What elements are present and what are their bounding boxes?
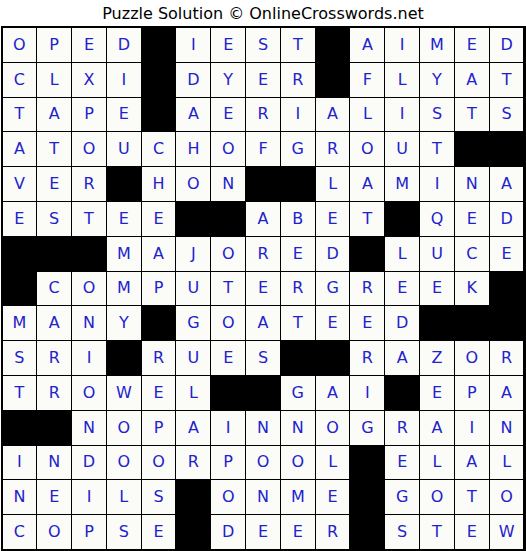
cell-r5c14[interactable]: N	[455, 167, 489, 201]
cell-r3c7[interactable]: E	[211, 98, 245, 132]
cell-r14c4[interactable]: L	[107, 480, 141, 514]
cell-r11c11[interactable]: I	[350, 376, 384, 410]
cell-r7c15[interactable]: E	[490, 237, 524, 271]
cell-r6c5[interactable]: E	[142, 202, 176, 236]
cell-r10c13[interactable]: Z	[420, 341, 454, 375]
cell-r13c8[interactable]: O	[246, 446, 280, 480]
black-cell-r11c8	[246, 376, 280, 410]
cell-r10c6[interactable]: U	[176, 341, 210, 375]
black-cell-r11c7	[211, 376, 245, 410]
cell-r4c12[interactable]: U	[385, 132, 419, 166]
cell-r4c3[interactable]: O	[72, 132, 106, 166]
cell-r1c6[interactable]: I	[176, 28, 210, 62]
black-cell-r5c9	[281, 167, 315, 201]
cell-r2c9[interactable]: R	[281, 63, 315, 97]
cell-r13c7[interactable]: P	[211, 446, 245, 480]
cell-r9c6[interactable]: G	[176, 306, 210, 340]
cell-r8c14[interactable]: K	[455, 272, 489, 306]
cell-r15c10[interactable]: R	[316, 515, 350, 549]
black-cell-r15c6	[176, 515, 210, 549]
cell-r15c13[interactable]: T	[420, 515, 454, 549]
cell-r9c7[interactable]: O	[211, 306, 245, 340]
cell-r5c6[interactable]: O	[176, 167, 210, 201]
black-cell-r13c11	[350, 446, 384, 480]
cell-r12c9[interactable]: N	[281, 411, 315, 445]
black-cell-r2c10	[316, 63, 350, 97]
cell-r13c1[interactable]: I	[3, 446, 37, 480]
cell-r12c14[interactable]: I	[455, 411, 489, 445]
cell-r1c11[interactable]: A	[350, 28, 384, 62]
cell-r2c6[interactable]: D	[176, 63, 210, 97]
cell-r3c4[interactable]: E	[107, 98, 141, 132]
cell-r10c8[interactable]: S	[246, 341, 280, 375]
cell-r13c12[interactable]: E	[385, 446, 419, 480]
cell-r5c11[interactable]: A	[350, 167, 384, 201]
cell-r8c8[interactable]: E	[246, 272, 280, 306]
cell-r7c13[interactable]: U	[420, 237, 454, 271]
cell-r5c5[interactable]: H	[142, 167, 176, 201]
cell-r13c3[interactable]: D	[72, 446, 106, 480]
cell-r9c9[interactable]: T	[281, 306, 315, 340]
cell-r9c8[interactable]: A	[246, 306, 280, 340]
cell-r9c12[interactable]: D	[385, 306, 419, 340]
cell-r2c15[interactable]: T	[490, 63, 524, 97]
cell-r12c8[interactable]: N	[246, 411, 280, 445]
cell-r15c14[interactable]: E	[455, 515, 489, 549]
cell-r12c4[interactable]: O	[107, 411, 141, 445]
cell-r6c1[interactable]: E	[3, 202, 37, 236]
cell-r7c6[interactable]: J	[176, 237, 210, 271]
cell-r12c13[interactable]: A	[420, 411, 454, 445]
black-cell-r7c2	[37, 237, 71, 271]
cell-r9c2[interactable]: A	[37, 306, 71, 340]
cell-r5c1[interactable]: V	[3, 167, 37, 201]
cell-r3c8[interactable]: R	[246, 98, 280, 132]
black-cell-r5c4	[107, 167, 141, 201]
cell-r11c3[interactable]: O	[72, 376, 106, 410]
cell-r13c2[interactable]: N	[37, 446, 71, 480]
cell-r14c14[interactable]: T	[455, 480, 489, 514]
black-cell-r9c14	[455, 306, 489, 340]
cell-r10c3[interactable]: I	[72, 341, 106, 375]
cell-r11c13[interactable]: E	[420, 376, 454, 410]
cell-r15c15[interactable]: W	[490, 515, 524, 549]
cell-r6c10[interactable]: E	[316, 202, 350, 236]
cell-r6c2[interactable]: S	[37, 202, 71, 236]
cell-r9c3[interactable]: N	[72, 306, 106, 340]
black-cell-r9c15	[490, 306, 524, 340]
cell-r11c6[interactable]: L	[176, 376, 210, 410]
cell-r8c3[interactable]: O	[72, 272, 106, 306]
cell-r8c12[interactable]: E	[385, 272, 419, 306]
cell-r4c4[interactable]: U	[107, 132, 141, 166]
black-cell-r6c7	[211, 202, 245, 236]
cell-r1c7[interactable]: E	[211, 28, 245, 62]
cell-r3c2[interactable]: A	[37, 98, 71, 132]
cell-r12c15[interactable]: N	[490, 411, 524, 445]
cell-r7c10[interactable]: D	[316, 237, 350, 271]
cell-r5c13[interactable]: I	[420, 167, 454, 201]
cell-r4c9[interactable]: G	[281, 132, 315, 166]
cell-r9c10[interactable]: E	[316, 306, 350, 340]
cell-r6c13[interactable]: Q	[420, 202, 454, 236]
cell-r15c8[interactable]: E	[246, 515, 280, 549]
cell-r14c7[interactable]: O	[211, 480, 245, 514]
cell-r3c15[interactable]: S	[490, 98, 524, 132]
cell-r6c11[interactable]: T	[350, 202, 384, 236]
cell-r3c12[interactable]: I	[385, 98, 419, 132]
cell-r13c9[interactable]: O	[281, 446, 315, 480]
cell-r14c1[interactable]: N	[3, 480, 37, 514]
black-cell-r11c12	[385, 376, 419, 410]
cell-r10c2[interactable]: R	[37, 341, 71, 375]
cell-r15c7[interactable]: D	[211, 515, 245, 549]
cell-r7c8[interactable]: R	[246, 237, 280, 271]
cell-r10c15[interactable]: R	[490, 341, 524, 375]
cell-r2c3[interactable]: X	[72, 63, 106, 97]
cell-r12c11[interactable]: G	[350, 411, 384, 445]
cell-r12c7[interactable]: I	[211, 411, 245, 445]
cell-r2c14[interactable]: A	[455, 63, 489, 97]
black-cell-r14c11	[350, 480, 384, 514]
cell-r10c11[interactable]: R	[350, 341, 384, 375]
cell-r10c12[interactable]: A	[385, 341, 419, 375]
cell-r14c2[interactable]: E	[37, 480, 71, 514]
black-cell-r9c5	[142, 306, 176, 340]
cell-r13c13[interactable]: L	[420, 446, 454, 480]
cell-r9c1[interactable]: M	[3, 306, 37, 340]
cell-r5c2[interactable]: E	[37, 167, 71, 201]
black-cell-r10c9	[281, 341, 315, 375]
cell-r10c14[interactable]: O	[455, 341, 489, 375]
cell-r8c13[interactable]: E	[420, 272, 454, 306]
cell-r8c11[interactable]: R	[350, 272, 384, 306]
cell-r9c4[interactable]: Y	[107, 306, 141, 340]
cell-r7c12[interactable]: L	[385, 237, 419, 271]
cell-r3c13[interactable]: S	[420, 98, 454, 132]
cell-r8c6[interactable]: U	[176, 272, 210, 306]
cell-r7c5[interactable]: A	[142, 237, 176, 271]
black-cell-r15c11	[350, 515, 384, 549]
cell-r11c5[interactable]: E	[142, 376, 176, 410]
cell-r1c4[interactable]: D	[107, 28, 141, 62]
cell-r10c1[interactable]: S	[3, 341, 37, 375]
cell-r5c10[interactable]: L	[316, 167, 350, 201]
cell-r12c5[interactable]: P	[142, 411, 176, 445]
cell-r15c4[interactable]: S	[107, 515, 141, 549]
cell-r6c4[interactable]: E	[107, 202, 141, 236]
cell-r4c2[interactable]: T	[37, 132, 71, 166]
cell-r10c7[interactable]: E	[211, 341, 245, 375]
cell-r14c3[interactable]: I	[72, 480, 106, 514]
cell-r14c9[interactable]: M	[281, 480, 315, 514]
cell-r13c15[interactable]: L	[490, 446, 524, 480]
black-cell-r10c10	[316, 341, 350, 375]
cell-r1c2[interactable]: P	[37, 28, 71, 62]
cell-r1c3[interactable]: E	[72, 28, 106, 62]
black-cell-r7c1	[3, 237, 37, 271]
cell-r1c8[interactable]: S	[246, 28, 280, 62]
cell-r14c8[interactable]: N	[246, 480, 280, 514]
cell-r5c3[interactable]: R	[72, 167, 106, 201]
cell-r12c6[interactable]: A	[176, 411, 210, 445]
black-cell-r12c1	[3, 411, 37, 445]
cell-r2c2[interactable]: L	[37, 63, 71, 97]
black-cell-r3c5	[142, 98, 176, 132]
cell-r1c13[interactable]: M	[420, 28, 454, 62]
black-cell-r6c6	[176, 202, 210, 236]
cell-r8c2[interactable]: C	[37, 272, 71, 306]
cell-r3c3[interactable]: P	[72, 98, 106, 132]
cell-r15c3[interactable]: P	[72, 515, 106, 549]
cell-r14c13[interactable]: O	[420, 480, 454, 514]
cell-r3c14[interactable]: T	[455, 98, 489, 132]
cell-r2c4[interactable]: I	[107, 63, 141, 97]
cell-r4c13[interactable]: T	[420, 132, 454, 166]
cell-r5c7[interactable]: N	[211, 167, 245, 201]
cell-r5c12[interactable]: M	[385, 167, 419, 201]
cell-r2c1[interactable]: C	[3, 63, 37, 97]
cell-r6c15[interactable]: D	[490, 202, 524, 236]
cell-r8c5[interactable]: P	[142, 272, 176, 306]
cell-r8c10[interactable]: G	[316, 272, 350, 306]
cell-r6c9[interactable]: B	[281, 202, 315, 236]
cell-r3c9[interactable]: I	[281, 98, 315, 132]
cell-r11c15[interactable]: A	[490, 376, 524, 410]
cell-r14c12[interactable]: G	[385, 480, 419, 514]
black-cell-r6c12	[385, 202, 419, 236]
cell-r15c12[interactable]: S	[385, 515, 419, 549]
cell-r13c4[interactable]: O	[107, 446, 141, 480]
cell-r8c4[interactable]: M	[107, 272, 141, 306]
cell-r11c9[interactable]: G	[281, 376, 315, 410]
cell-r2c12[interactable]: L	[385, 63, 419, 97]
cell-r3c10[interactable]: A	[316, 98, 350, 132]
cell-r11c10[interactable]: A	[316, 376, 350, 410]
cell-r2c11[interactable]: F	[350, 63, 384, 97]
cell-r13c10[interactable]: L	[316, 446, 350, 480]
cell-r2c8[interactable]: E	[246, 63, 280, 97]
cell-r6c14[interactable]: E	[455, 202, 489, 236]
black-cell-r10c4	[107, 341, 141, 375]
cell-r14c5[interactable]: S	[142, 480, 176, 514]
cell-r14c10[interactable]: E	[316, 480, 350, 514]
cell-r12c3[interactable]: N	[72, 411, 106, 445]
cell-r11c1[interactable]: T	[3, 376, 37, 410]
black-cell-r12c2	[37, 411, 71, 445]
cell-r10c5[interactable]: R	[142, 341, 176, 375]
cell-r6c8[interactable]: A	[246, 202, 280, 236]
cell-r11c14[interactable]: P	[455, 376, 489, 410]
cell-r3c1[interactable]: T	[3, 98, 37, 132]
cell-r7c4[interactable]: M	[107, 237, 141, 271]
cell-r13c5[interactable]: O	[142, 446, 176, 480]
cell-r4c8[interactable]: F	[246, 132, 280, 166]
cell-r12c10[interactable]: O	[316, 411, 350, 445]
cell-r8c7[interactable]: T	[211, 272, 245, 306]
puzzle-title: Puzzle Solution © OnlineCrosswords.net	[0, 0, 526, 26]
cell-r15c5[interactable]: E	[142, 515, 176, 549]
cell-r4c10[interactable]: R	[316, 132, 350, 166]
black-cell-r8c15	[490, 272, 524, 306]
cell-r2c13[interactable]: Y	[420, 63, 454, 97]
cell-r1c9[interactable]: T	[281, 28, 315, 62]
cell-r11c2[interactable]: R	[37, 376, 71, 410]
cell-r1c14[interactable]: E	[455, 28, 489, 62]
cell-r7c14[interactable]: C	[455, 237, 489, 271]
cell-r12c12[interactable]: R	[385, 411, 419, 445]
crossword-grid: OPEDIESTAIMEDCLXIDYERFLYATTAPEAERIALISTS…	[1, 26, 526, 551]
cell-r11c4[interactable]: W	[107, 376, 141, 410]
black-cell-r4c14	[455, 132, 489, 166]
black-cell-r4c15	[490, 132, 524, 166]
cell-r1c1[interactable]: O	[3, 28, 37, 62]
black-cell-r9c13	[420, 306, 454, 340]
cell-r6c3[interactable]: T	[72, 202, 106, 236]
cell-r4c1[interactable]: A	[3, 132, 37, 166]
cell-r2c7[interactable]: Y	[211, 63, 245, 97]
cell-r14c15[interactable]: O	[490, 480, 524, 514]
cell-r3c6[interactable]: A	[176, 98, 210, 132]
cell-r4c6[interactable]: H	[176, 132, 210, 166]
cell-r4c7[interactable]: O	[211, 132, 245, 166]
cell-r5c15[interactable]: A	[490, 167, 524, 201]
cell-r4c11[interactable]: O	[350, 132, 384, 166]
cell-r15c1[interactable]: C	[3, 515, 37, 549]
black-cell-r8c1	[3, 272, 37, 306]
black-cell-r7c3	[72, 237, 106, 271]
black-cell-r2c5	[142, 63, 176, 97]
cell-r15c2[interactable]: O	[37, 515, 71, 549]
cell-r1c15[interactable]: D	[490, 28, 524, 62]
black-cell-r14c6	[176, 480, 210, 514]
black-cell-r5c8	[246, 167, 280, 201]
cell-r7c7[interactable]: O	[211, 237, 245, 271]
cell-r8c9[interactable]: R	[281, 272, 315, 306]
black-cell-r1c5	[142, 28, 176, 62]
black-cell-r7c11	[350, 237, 384, 271]
cell-r13c6[interactable]: R	[176, 446, 210, 480]
cell-r3c11[interactable]: L	[350, 98, 384, 132]
page: Puzzle Solution © OnlineCrosswords.net O…	[0, 0, 526, 551]
cell-r7c9[interactable]: E	[281, 237, 315, 271]
cell-r9c11[interactable]: E	[350, 306, 384, 340]
cell-r4c5[interactable]: C	[142, 132, 176, 166]
cell-r1c12[interactable]: I	[385, 28, 419, 62]
cell-r13c14[interactable]: A	[455, 446, 489, 480]
cell-r15c9[interactable]: E	[281, 515, 315, 549]
black-cell-r1c10	[316, 28, 350, 62]
